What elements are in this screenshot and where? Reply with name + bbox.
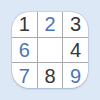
sudoku-cell-r3-c3: 9 <box>63 63 88 88</box>
sudoku-grid: 12364789 <box>12 12 88 88</box>
sudoku-cell-r2-c2 <box>38 38 63 63</box>
sudoku-cell-r3-c1: 7 <box>12 63 37 88</box>
sudoku-cell-r2-c1: 6 <box>12 38 37 63</box>
sudoku-cell-r1-c1: 1 <box>12 12 37 37</box>
sudoku-cell-r1-c3: 3 <box>63 12 88 37</box>
sudoku-cell-r1-c2: 2 <box>38 12 63 37</box>
sudoku-cell-r2-c3: 4 <box>63 38 88 63</box>
sudoku-cell-r3-c2: 8 <box>38 63 63 88</box>
sudoku-app-icon[interactable]: 12364789 <box>12 12 88 88</box>
app-background: 12364789 <box>0 0 100 100</box>
